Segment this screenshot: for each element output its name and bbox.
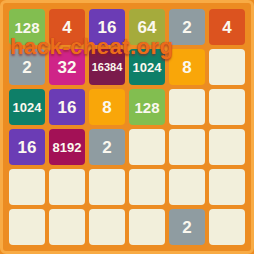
tile-16-r3c2: 16	[49, 89, 85, 125]
tile-64-r1c4: 64	[129, 9, 165, 45]
empty-cell-r5c3	[89, 169, 125, 205]
tile-8-r2c5: 8	[169, 49, 205, 85]
empty-cell-r6c4	[129, 209, 165, 245]
empty-cell-r5c5	[169, 169, 205, 205]
tile-2-r2c1: 2	[9, 49, 45, 85]
empty-cell-r3c5	[169, 89, 205, 125]
empty-cell-r2c6	[209, 49, 245, 85]
empty-cell-r5c6	[209, 169, 245, 205]
tile-128-r3c4: 128	[129, 89, 165, 125]
tile-16-r1c3: 16	[89, 9, 125, 45]
empty-cell-r3c6	[209, 89, 245, 125]
tile-2-r1c5: 2	[169, 9, 205, 45]
empty-cell-r5c1	[9, 169, 45, 205]
tile-2-r6c5: 2	[169, 209, 205, 245]
game-board[interactable]: 1284166424232163841024810241681281681922…	[0, 0, 254, 254]
tile-16-r4c1: 16	[9, 129, 45, 165]
empty-cell-r6c3	[89, 209, 125, 245]
empty-cell-r5c2	[49, 169, 85, 205]
tile-32-r2c2: 32	[49, 49, 85, 85]
tile-16384-r2c3: 16384	[89, 49, 125, 85]
tile-8-r3c3: 8	[89, 89, 125, 125]
empty-cell-r4c4	[129, 129, 165, 165]
tile-1024-r2c4: 1024	[129, 49, 165, 85]
board-frame: 1284166424232163841024810241681281681922…	[0, 0, 254, 254]
empty-cell-r6c1	[9, 209, 45, 245]
tile-4-r1c2: 4	[49, 9, 85, 45]
tile-4-r1c6: 4	[209, 9, 245, 45]
empty-cell-r4c5	[169, 129, 205, 165]
empty-cell-r6c6	[209, 209, 245, 245]
empty-cell-r4c6	[209, 129, 245, 165]
tile-2-r4c3: 2	[89, 129, 125, 165]
empty-cell-r5c4	[129, 169, 165, 205]
tile-8192-r4c2: 8192	[49, 129, 85, 165]
empty-cell-r6c2	[49, 209, 85, 245]
tile-1024-r3c1: 1024	[9, 89, 45, 125]
tile-128-r1c1: 128	[9, 9, 45, 45]
